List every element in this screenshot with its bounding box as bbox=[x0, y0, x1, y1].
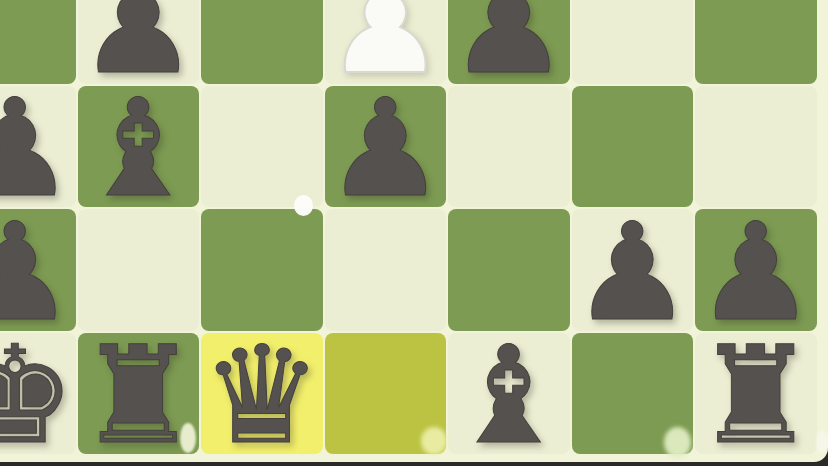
square-e5[interactable] bbox=[201, 0, 323, 84]
square-g6[interactable]: ♟ bbox=[0, 86, 76, 208]
square-b8[interactable] bbox=[572, 333, 694, 455]
black-pawn-piece[interactable]: ♟ bbox=[572, 205, 693, 340]
square-f7[interactable] bbox=[78, 209, 200, 331]
square-c5[interactable]: ♟ bbox=[448, 0, 570, 84]
square-b5[interactable] bbox=[572, 0, 694, 84]
square-f6[interactable]: ♝ bbox=[78, 86, 200, 208]
black-bishop-piece[interactable]: ♝ bbox=[448, 328, 569, 463]
black-bishop-piece[interactable]: ♝ bbox=[78, 81, 199, 216]
square-d7[interactable] bbox=[325, 209, 447, 331]
square-a5[interactable] bbox=[695, 0, 817, 84]
square-c7[interactable] bbox=[448, 209, 570, 331]
board-viewport: ♟♟♟♟♝♟♟♟♟♚♜♛♝♜ bbox=[0, 0, 828, 466]
square-e6[interactable] bbox=[201, 86, 323, 208]
square-a7[interactable]: ♟ bbox=[695, 209, 817, 331]
black-queen-piece[interactable]: ♛ bbox=[201, 328, 322, 463]
square-d6[interactable]: ♟ bbox=[325, 86, 447, 208]
black-rook-piece[interactable]: ♜ bbox=[695, 328, 816, 463]
square-f8[interactable]: ♜ bbox=[78, 333, 200, 455]
square-a6[interactable] bbox=[695, 86, 817, 208]
square-g7[interactable]: ♟ bbox=[0, 209, 76, 331]
black-pawn-piece[interactable]: ♟ bbox=[325, 81, 446, 216]
square-b6[interactable] bbox=[572, 86, 694, 208]
black-king-piece[interactable]: ♚ bbox=[0, 328, 75, 463]
black-pawn-piece[interactable]: ♟ bbox=[448, 0, 569, 93]
square-e8-last-move-highlight[interactable]: ♛ bbox=[201, 333, 323, 455]
chess-board[interactable]: ♟♟♟♟♝♟♟♟♟♚♜♛♝♜ bbox=[0, 0, 817, 454]
square-d8-last-move-highlight[interactable] bbox=[325, 333, 447, 455]
square-c6[interactable] bbox=[448, 86, 570, 208]
square-c8[interactable]: ♝ bbox=[448, 333, 570, 455]
square-a8[interactable]: ♜ bbox=[695, 333, 817, 455]
square-b7[interactable]: ♟ bbox=[572, 209, 694, 331]
square-e7[interactable] bbox=[201, 209, 323, 331]
square-g8[interactable]: ♚ bbox=[0, 333, 76, 455]
black-rook-piece[interactable]: ♜ bbox=[78, 328, 199, 463]
